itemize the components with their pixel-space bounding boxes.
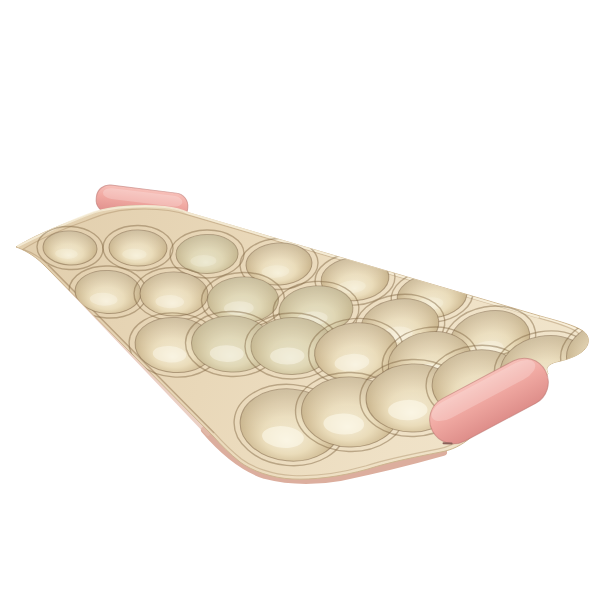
muffin-pan-illustration [0, 0, 600, 600]
product-photo [0, 0, 600, 600]
muffin-cup-r0c2 [170, 229, 245, 278]
muffin-cup-r0c1 [103, 225, 174, 271]
cup-specular-highlight [587, 351, 600, 377]
muffin-cups [36, 225, 600, 470]
